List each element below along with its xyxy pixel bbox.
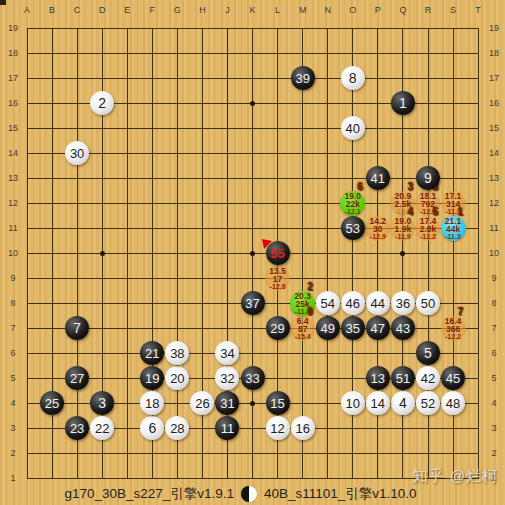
coordinate-label-right: 18	[489, 48, 499, 58]
coordinate-label-top: L	[275, 5, 280, 15]
board-gridline-horizontal	[27, 153, 479, 154]
black-stone: 1	[391, 91, 415, 115]
white-stone: 16	[291, 416, 315, 440]
coordinate-label-right: 16	[489, 98, 499, 108]
stone-move-number: 47	[371, 322, 385, 335]
star-point	[100, 251, 105, 256]
stone-move-number: 26	[195, 397, 209, 410]
white-stone: 18	[140, 391, 164, 415]
white-stone: 6	[140, 416, 164, 440]
stone-move-number: 32	[220, 372, 234, 385]
coordinate-label-left: 10	[8, 248, 18, 258]
analysis-candidate-M7[interactable]: 6.487-15.49	[290, 316, 315, 341]
stone-move-number: 40	[346, 122, 360, 135]
stone-move-number: 34	[220, 347, 234, 360]
coordinate-label-right: 7	[491, 323, 496, 333]
black-stone: 45	[441, 366, 465, 390]
stone-move-number: 49	[320, 322, 334, 335]
coordinate-label-right: 19	[489, 23, 499, 33]
coordinate-label-left: 4	[10, 398, 15, 408]
coordinate-label-right: 14	[489, 148, 499, 158]
stone-move-number: 44	[371, 297, 385, 310]
candidate-visits: 87	[298, 325, 307, 333]
stone-move-number: 19	[145, 372, 159, 385]
coordinate-label-left: 18	[8, 48, 18, 58]
black-stone: 5	[416, 341, 440, 365]
coordinate-label-left: 8	[10, 298, 15, 308]
black-stone: 19	[140, 366, 164, 390]
coordinate-label-top: E	[124, 5, 130, 15]
coordinate-label-left: 11	[8, 223, 17, 233]
coordinate-label-right: 2	[491, 448, 496, 458]
stone-move-number: 38	[170, 347, 184, 360]
stone-move-number: 37	[245, 297, 259, 310]
white-stone: 38	[165, 341, 189, 365]
candidate-visits: 1.9k	[395, 225, 412, 233]
white-stone: 42	[416, 366, 440, 390]
coordinate-label-right: 8	[491, 298, 496, 308]
black-stone: 21	[140, 341, 164, 365]
coordinate-label-right: 15	[489, 123, 499, 133]
coordinate-label-right: 12	[489, 198, 499, 208]
board-gridline-vertical	[177, 28, 178, 479]
board-gridline-vertical	[127, 28, 128, 479]
black-white-stone-icon	[241, 486, 257, 502]
black-stone: 35	[341, 316, 365, 340]
candidate-visits: 44k	[446, 225, 460, 233]
black-stone: 31	[215, 391, 239, 415]
white-stone: 10	[341, 391, 365, 415]
stone-move-number: 20	[170, 372, 184, 385]
black-stone: 49	[316, 316, 340, 340]
coordinate-label-left: 17	[8, 73, 18, 83]
candidate-order-label: 2	[307, 282, 313, 292]
stone-move-number: 21	[145, 347, 159, 360]
candidate-order-label: 6	[357, 182, 363, 192]
coordinate-label-left: 13	[8, 173, 18, 183]
coordinate-label-right: 3	[491, 423, 496, 433]
coordinate-label-top: D	[99, 5, 106, 15]
candidate-visits: 17	[273, 275, 282, 283]
board-gridline-horizontal	[27, 78, 479, 79]
coordinate-label-right: 11	[489, 223, 498, 233]
black-stone: 11	[215, 416, 239, 440]
stone-move-number: 10	[346, 397, 360, 410]
corner-artifact	[0, 0, 6, 5]
black-stone: 7	[65, 316, 89, 340]
black-stone: 29	[266, 316, 290, 340]
board-gridline-horizontal	[27, 453, 479, 454]
white-stone: 54	[316, 291, 340, 315]
white-stone: 22	[90, 416, 114, 440]
black-stone: 37	[241, 291, 265, 315]
coordinate-label-left: 2	[10, 448, 15, 458]
board-gridline-horizontal	[27, 353, 479, 354]
candidate-order-label: 1	[458, 207, 464, 217]
white-stone: 2	[90, 91, 114, 115]
black-stone: 3	[90, 391, 114, 415]
coordinate-label-right: 6	[491, 348, 496, 358]
stone-move-number: 48	[446, 397, 460, 410]
white-stone: 36	[391, 291, 415, 315]
candidate-score: -12.2	[445, 333, 461, 340]
board-gridline-horizontal	[27, 178, 479, 179]
stone-move-number: 6	[148, 422, 156, 435]
stone-move-number: 12	[270, 422, 284, 435]
black-stone: 25	[40, 391, 64, 415]
stone-move-number: 14	[371, 397, 385, 410]
candidate-order-label: 9	[307, 307, 313, 317]
board-gridline-vertical	[77, 28, 78, 479]
board-gridline-vertical	[27, 28, 28, 479]
stone-move-number: 15	[270, 397, 284, 410]
candidate-score: -11.3	[445, 233, 461, 240]
coordinate-label-left: 7	[10, 323, 15, 333]
coordinate-label-right: 4	[491, 398, 496, 408]
candidate-score: -15.4	[295, 333, 311, 340]
board-gridline-horizontal	[27, 478, 479, 479]
black-stone: 13	[366, 366, 390, 390]
black-stone: 47	[366, 316, 390, 340]
white-stone: 46	[341, 291, 365, 315]
candidate-score: -12.8	[270, 283, 286, 290]
coordinate-label-top: B	[49, 5, 55, 15]
white-stone: 40	[341, 116, 365, 140]
stone-move-number: 18	[145, 397, 159, 410]
coordinate-label-top: O	[349, 5, 356, 15]
coordinate-label-top: K	[250, 5, 256, 15]
coordinate-label-left: 19	[8, 23, 18, 33]
stone-move-number: 28	[170, 422, 184, 435]
stone-move-number: 42	[421, 372, 435, 385]
coordinate-label-top: S	[450, 5, 456, 15]
stone-move-number: 5	[424, 347, 432, 360]
star-point	[400, 251, 405, 256]
white-stone: 48	[441, 391, 465, 415]
candidate-order-label: 7	[458, 307, 464, 317]
stone-move-number: 22	[95, 422, 109, 435]
stone-move-number: 1	[399, 97, 407, 110]
coordinate-label-top: F	[150, 5, 156, 15]
stone-move-number: 35	[346, 322, 360, 335]
white-stone: 14	[366, 391, 390, 415]
black-stone: 53	[341, 216, 365, 240]
board-gridline-horizontal	[27, 278, 479, 279]
board-gridline-vertical	[327, 28, 328, 479]
coordinate-label-left: 15	[8, 123, 18, 133]
black-stone: 39	[291, 66, 315, 90]
coordinate-label-top: C	[74, 5, 81, 15]
analysis-candidate-Q11[interactable]: 19.01.9k-11.94	[390, 216, 415, 241]
black-stone: 41	[366, 166, 390, 190]
coordinate-label-right: 17	[489, 73, 499, 83]
coordinate-label-left: 3	[10, 423, 15, 433]
stone-move-number: 25	[45, 397, 59, 410]
white-stone: 8	[341, 66, 365, 90]
stone-move-number: 23	[70, 422, 84, 435]
stone-move-number: 45	[446, 372, 460, 385]
white-stone: 12	[266, 416, 290, 440]
white-stone: 20	[165, 366, 189, 390]
coordinate-label-right: 5	[491, 373, 496, 383]
analysis-candidate-L9[interactable]: 13.517-12.8	[265, 266, 290, 291]
coordinate-label-top: R	[425, 5, 432, 15]
white-stone: 4	[391, 391, 415, 415]
coordinate-label-top: H	[199, 5, 206, 15]
white-stone: 26	[190, 391, 214, 415]
stone-move-number: 41	[371, 172, 385, 185]
stone-move-number: 7	[73, 322, 81, 335]
candidate-order-label: 4	[407, 207, 413, 217]
stone-move-number: 29	[270, 322, 284, 335]
stone-move-number: 36	[396, 297, 410, 310]
stone-move-number: 31	[220, 397, 234, 410]
coordinate-label-right: 10	[489, 248, 499, 258]
stone-move-number: 8	[349, 72, 357, 85]
coordinate-label-right: 9	[491, 273, 496, 283]
stone-move-number: 51	[396, 372, 410, 385]
candidate-score: -11.9	[395, 233, 411, 240]
coordinate-label-left: 9	[10, 273, 15, 283]
black-stone: 43	[391, 316, 415, 340]
black-stone: 55	[266, 241, 290, 265]
star-point	[250, 401, 255, 406]
last-move-triangle-icon	[262, 236, 273, 247]
board-gridline-horizontal	[27, 28, 479, 29]
white-stone: 32	[215, 366, 239, 390]
stone-move-number: 53	[346, 222, 360, 235]
stone-move-number: 43	[396, 322, 410, 335]
analysis-candidate-O12[interactable]: 19.022k-12.16	[340, 191, 365, 216]
coordinate-label-top: M	[299, 5, 307, 15]
coordinate-label-top: G	[174, 5, 181, 15]
stone-move-number: 52	[421, 397, 435, 410]
black-stone: 23	[65, 416, 89, 440]
star-point	[250, 101, 255, 106]
engine-status-bar: g170_30B_s227_引擎v1.9.1 40B_s11101_引擎v1.1…	[0, 483, 493, 505]
coordinate-label-top: N	[324, 5, 331, 15]
candidate-visits: 30	[373, 225, 382, 233]
white-engine-label: 40B_s11101_引擎v1.10.0	[264, 485, 417, 503]
stone-move-number: 16	[295, 422, 309, 435]
stone-move-number: 9	[424, 172, 432, 185]
coordinate-label-right: 13	[489, 173, 499, 183]
white-stone: 34	[215, 341, 239, 365]
stone-move-number: 11	[221, 422, 235, 435]
coordinate-label-top: A	[24, 5, 30, 15]
white-stone: 52	[416, 391, 440, 415]
board-gridline-vertical	[478, 28, 479, 479]
candidate-visits: 2.8k	[420, 225, 437, 233]
black-stone: 9	[416, 166, 440, 190]
white-stone: 30	[65, 141, 89, 165]
black-stone: 15	[266, 391, 290, 415]
candidate-score: -12.9	[370, 233, 386, 240]
stone-move-number: 3	[98, 397, 106, 410]
black-engine-label: g170_30B_s227_引擎v1.9.1	[64, 485, 234, 503]
stone-move-number: 30	[70, 147, 84, 160]
black-stone: 33	[241, 366, 265, 390]
candidate-score: -12.2	[420, 233, 436, 240]
coordinate-label-left: 5	[10, 373, 15, 383]
coordinate-label-left: 14	[8, 148, 18, 158]
stone-move-number: 13	[371, 372, 385, 385]
candidate-order-label: 3	[407, 182, 413, 192]
coordinate-label-left: 16	[8, 98, 18, 108]
white-stone: 28	[165, 416, 189, 440]
stone-move-number: 2	[98, 97, 106, 110]
go-gui-window: 19.022k-12.1620.92.5k-12.1318.1792-12.08…	[0, 0, 505, 505]
board-gridline-vertical	[302, 28, 303, 479]
coordinate-label-left: 6	[10, 348, 15, 358]
black-stone: 51	[391, 366, 415, 390]
stone-move-number: 4	[399, 397, 407, 410]
candidate-score: -12.1	[345, 208, 361, 215]
board-gridline-horizontal	[27, 53, 479, 54]
analysis-candidate-S7[interactable]: 16.4366-12.27	[441, 316, 466, 341]
star-point	[250, 251, 255, 256]
candidate-order-label: 5	[432, 207, 438, 217]
board-gridline-horizontal	[27, 128, 479, 129]
white-stone: 44	[366, 291, 390, 315]
stone-move-number: 54	[320, 297, 334, 310]
stone-move-number: 33	[245, 372, 259, 385]
coordinate-label-left: 12	[8, 198, 18, 208]
analysis-candidate-R11[interactable]: 17.42.8k-12.25	[415, 216, 440, 241]
coordinate-label-top: P	[375, 5, 381, 15]
stone-move-number: 39	[295, 72, 309, 85]
black-stone: 27	[65, 366, 89, 390]
coordinate-label-top: Q	[399, 5, 406, 15]
candidate-visits: 366	[446, 325, 460, 333]
white-stone: 50	[416, 291, 440, 315]
coordinate-label-left: 1	[10, 473, 15, 483]
analysis-candidate-P11[interactable]: 14.230-12.9	[365, 216, 390, 241]
candidate-visits: 22k	[346, 200, 360, 208]
stone-move-number: 46	[346, 297, 360, 310]
analysis-candidate-S11[interactable]: 21.144k-11.31	[441, 216, 466, 241]
coordinate-label-top: J	[225, 5, 230, 15]
stone-move-number: 27	[70, 372, 84, 385]
stone-move-number: 50	[421, 297, 435, 310]
coordinate-label-top: T	[475, 5, 481, 15]
